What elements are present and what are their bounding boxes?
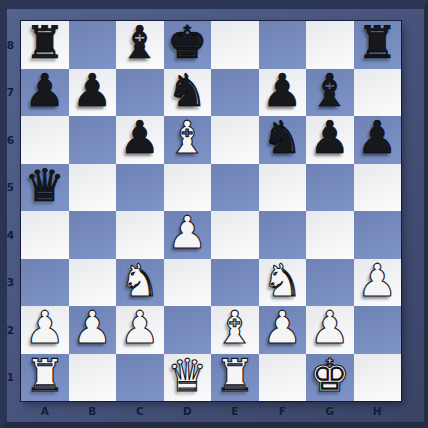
rank-label-4: 4 (0, 211, 21, 259)
black-rook-piece[interactable]: ♜ (357, 20, 397, 65)
square-h6[interactable]: ♟ (354, 116, 402, 164)
black-pawn-piece[interactable]: ♟ (310, 115, 350, 160)
white-pawn-piece[interactable]: ♟ (120, 305, 160, 350)
file-label-h: H (354, 402, 402, 420)
rank-label-3: 3 (0, 259, 21, 307)
chess-board: ♜♝♚♜♟♟♞♟♝♟♝♞♟♟♛♟♞♞♟♟♟♟♝♟♟♜♛♜♚ (21, 21, 401, 401)
square-f6[interactable]: ♞ (259, 116, 307, 164)
square-c3[interactable]: ♞ (116, 259, 164, 307)
square-b6[interactable] (69, 116, 117, 164)
square-a2[interactable]: ♟ (21, 306, 69, 354)
square-f3[interactable]: ♞ (259, 259, 307, 307)
black-king-piece[interactable]: ♚ (167, 20, 207, 65)
square-e4[interactable] (211, 211, 259, 259)
rank-label-5: 5 (0, 164, 21, 212)
square-g8[interactable] (306, 21, 354, 69)
square-h2[interactable] (354, 306, 402, 354)
square-a7[interactable]: ♟ (21, 69, 69, 117)
square-d7[interactable]: ♞ (164, 69, 212, 117)
square-c6[interactable]: ♟ (116, 116, 164, 164)
square-c2[interactable]: ♟ (116, 306, 164, 354)
square-e5[interactable] (211, 164, 259, 212)
rank-labels: 87654321 (0, 21, 21, 401)
black-pawn-piece[interactable]: ♟ (120, 115, 160, 160)
square-e2[interactable]: ♝ (211, 306, 259, 354)
black-pawn-piece[interactable]: ♟ (357, 115, 397, 160)
square-f4[interactable] (259, 211, 307, 259)
white-pawn-piece[interactable]: ♟ (357, 258, 397, 303)
square-b5[interactable] (69, 164, 117, 212)
white-knight-piece[interactable]: ♞ (120, 258, 160, 303)
square-d4[interactable]: ♟ (164, 211, 212, 259)
square-b2[interactable]: ♟ (69, 306, 117, 354)
file-labels: ABCDEFGH (21, 402, 401, 420)
square-e3[interactable] (211, 259, 259, 307)
file-label-c: C (116, 402, 164, 420)
square-b8[interactable] (69, 21, 117, 69)
file-label-d: D (164, 402, 212, 420)
square-f1[interactable] (259, 354, 307, 402)
square-h8[interactable]: ♜ (354, 21, 402, 69)
white-pawn-piece[interactable]: ♟ (167, 210, 207, 255)
file-label-g: G (306, 402, 354, 420)
square-g5[interactable] (306, 164, 354, 212)
square-e8[interactable] (211, 21, 259, 69)
black-queen-piece[interactable]: ♛ (25, 163, 65, 208)
square-a8[interactable]: ♜ (21, 21, 69, 69)
black-pawn-piece[interactable]: ♟ (72, 68, 112, 113)
square-e7[interactable] (211, 69, 259, 117)
white-pawn-piece[interactable]: ♟ (310, 305, 350, 350)
square-d2[interactable] (164, 306, 212, 354)
black-pawn-piece[interactable]: ♟ (262, 68, 302, 113)
white-pawn-piece[interactable]: ♟ (72, 305, 112, 350)
square-b4[interactable] (69, 211, 117, 259)
black-knight-piece[interactable]: ♞ (262, 115, 302, 160)
chess-app-window: ♜♝♚♜♟♟♞♟♝♟♝♞♟♟♛♟♞♞♟♟♟♟♝♟♟♜♛♜♚ ABCDEFGH 8… (0, 0, 428, 428)
square-g1[interactable]: ♚ (306, 354, 354, 402)
rank-label-6: 6 (0, 116, 21, 164)
square-b7[interactable]: ♟ (69, 69, 117, 117)
square-f2[interactable]: ♟ (259, 306, 307, 354)
white-rook-piece[interactable]: ♜ (215, 353, 255, 398)
square-c8[interactable]: ♝ (116, 21, 164, 69)
file-label-e: E (211, 402, 259, 420)
square-h5[interactable] (354, 164, 402, 212)
square-c1[interactable] (116, 354, 164, 402)
white-pawn-piece[interactable]: ♟ (262, 305, 302, 350)
square-a6[interactable] (21, 116, 69, 164)
rank-label-8: 8 (0, 21, 21, 69)
square-h3[interactable]: ♟ (354, 259, 402, 307)
white-knight-piece[interactable]: ♞ (262, 258, 302, 303)
square-d6[interactable]: ♝ (164, 116, 212, 164)
square-a1[interactable]: ♜ (21, 354, 69, 402)
square-d5[interactable] (164, 164, 212, 212)
square-d8[interactable]: ♚ (164, 21, 212, 69)
square-h7[interactable] (354, 69, 402, 117)
square-c4[interactable] (116, 211, 164, 259)
black-knight-piece[interactable]: ♞ (167, 68, 207, 113)
square-b3[interactable] (69, 259, 117, 307)
black-pawn-piece[interactable]: ♟ (25, 68, 65, 113)
white-bishop-piece[interactable]: ♝ (167, 115, 207, 160)
black-bishop-piece[interactable]: ♝ (310, 68, 350, 113)
square-b1[interactable] (69, 354, 117, 402)
rank-label-2: 2 (0, 306, 21, 354)
black-bishop-piece[interactable]: ♝ (120, 20, 160, 65)
white-bishop-piece[interactable]: ♝ (215, 305, 255, 350)
square-a4[interactable] (21, 211, 69, 259)
square-d3[interactable] (164, 259, 212, 307)
file-label-f: F (259, 402, 307, 420)
square-g6[interactable]: ♟ (306, 116, 354, 164)
square-f8[interactable] (259, 21, 307, 69)
rank-label-1: 1 (0, 354, 21, 402)
square-g4[interactable] (306, 211, 354, 259)
square-f7[interactable]: ♟ (259, 69, 307, 117)
file-label-b: B (69, 402, 117, 420)
white-pawn-piece[interactable]: ♟ (25, 305, 65, 350)
square-a3[interactable] (21, 259, 69, 307)
white-queen-piece[interactable]: ♛ (167, 353, 207, 398)
rank-label-7: 7 (0, 69, 21, 117)
square-e1[interactable]: ♜ (211, 354, 259, 402)
square-g3[interactable] (306, 259, 354, 307)
square-h1[interactable] (354, 354, 402, 402)
square-f5[interactable] (259, 164, 307, 212)
file-label-a: A (21, 402, 69, 420)
white-king-piece[interactable]: ♚ (310, 353, 350, 398)
square-c7[interactable] (116, 69, 164, 117)
square-g2[interactable]: ♟ (306, 306, 354, 354)
square-g7[interactable]: ♝ (306, 69, 354, 117)
square-a5[interactable]: ♛ (21, 164, 69, 212)
white-rook-piece[interactable]: ♜ (25, 353, 65, 398)
square-e6[interactable] (211, 116, 259, 164)
square-c5[interactable] (116, 164, 164, 212)
black-rook-piece[interactable]: ♜ (25, 20, 65, 65)
square-d1[interactable]: ♛ (164, 354, 212, 402)
square-h4[interactable] (354, 211, 402, 259)
